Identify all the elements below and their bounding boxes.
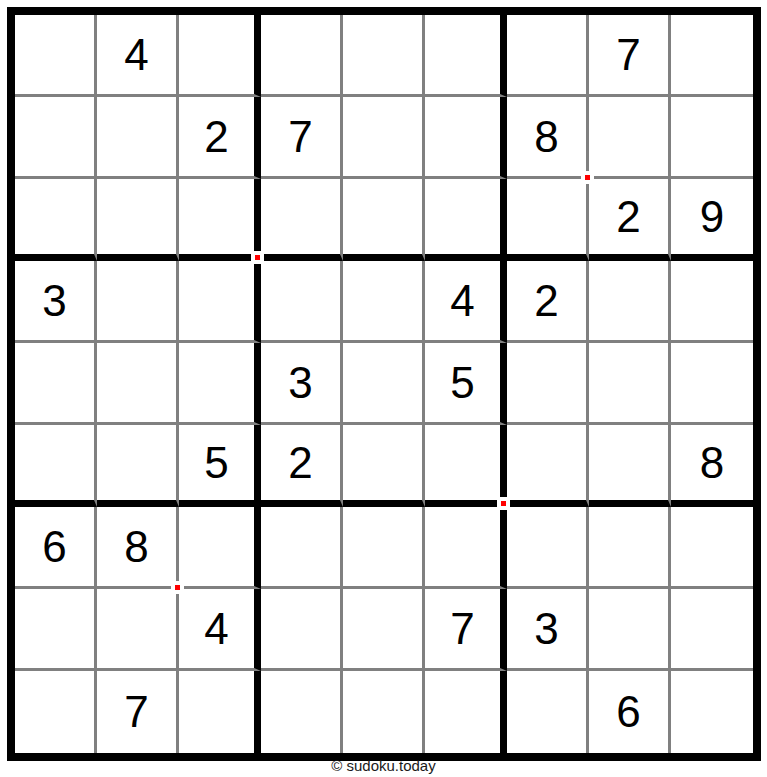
cell-r5c2-empty[interactable] [97,343,179,425]
copyright-text: © sudoku.today [0,757,767,774]
cell-r5c3-empty[interactable] [179,343,261,425]
cell-r2c7-given[interactable]: 8 [507,97,589,179]
cell-r6c9-given[interactable]: 8 [671,425,753,507]
cell-r1c3-empty[interactable] [179,15,261,97]
cell-r3c5-empty[interactable] [343,179,425,261]
cell-r5c9-empty[interactable] [671,343,753,425]
cell-r7c1-given[interactable]: 6 [15,507,97,589]
cell-r3c3-empty[interactable] [179,179,261,261]
cell-r4c8-empty[interactable] [589,261,671,343]
cell-r6c2-empty[interactable] [97,425,179,507]
cell-r1c5-empty[interactable] [343,15,425,97]
cell-r7c4-empty[interactable] [261,507,343,589]
cell-r8c6-given[interactable]: 7 [425,589,507,671]
cell-r4c4-empty[interactable] [261,261,343,343]
cell-r8c3-given[interactable]: 4 [179,589,261,671]
cell-r8c8-empty[interactable] [589,589,671,671]
sudoku-grid: 4727829342355286847376 [15,15,753,753]
cell-r5c8-empty[interactable] [589,343,671,425]
cell-r8c7-given[interactable]: 3 [507,589,589,671]
cell-r5c4-given[interactable]: 3 [261,343,343,425]
cell-r8c1-empty[interactable] [15,589,97,671]
cell-r7c6-empty[interactable] [425,507,507,589]
cell-r7c2-given[interactable]: 8 [97,507,179,589]
cell-r1c8-given[interactable]: 7 [589,15,671,97]
cell-r3c7-empty[interactable] [507,179,589,261]
cell-r6c8-empty[interactable] [589,425,671,507]
cell-r6c4-given[interactable]: 2 [261,425,343,507]
cell-r2c8-empty[interactable] [589,97,671,179]
cell-r9c6-empty[interactable] [425,671,507,753]
cell-r2c2-empty[interactable] [97,97,179,179]
cell-r3c8-given[interactable]: 2 [589,179,671,261]
cell-r9c5-empty[interactable] [343,671,425,753]
cell-r2c6-empty[interactable] [425,97,507,179]
cell-r7c9-empty[interactable] [671,507,753,589]
cell-r4c5-empty[interactable] [343,261,425,343]
cell-r4c9-empty[interactable] [671,261,753,343]
cell-r9c9-empty[interactable] [671,671,753,753]
cell-r6c3-given[interactable]: 5 [179,425,261,507]
quad-marker-r3c3 [251,251,264,264]
cell-r1c6-empty[interactable] [425,15,507,97]
red-dot-icon [175,585,180,590]
quad-marker-r7c2 [171,581,184,594]
cell-r1c4-empty[interactable] [261,15,343,97]
sudoku-page: 4727829342355286847376 © sudoku.today [0,0,767,777]
cell-r6c6-empty[interactable] [425,425,507,507]
cell-r8c9-empty[interactable] [671,589,753,671]
cell-r2c9-empty[interactable] [671,97,753,179]
cell-r4c2-empty[interactable] [97,261,179,343]
cell-r3c2-empty[interactable] [97,179,179,261]
cell-r2c3-given[interactable]: 2 [179,97,261,179]
cell-r4c3-empty[interactable] [179,261,261,343]
cell-r3c1-empty[interactable] [15,179,97,261]
cell-r7c8-empty[interactable] [589,507,671,589]
cell-r5c1-empty[interactable] [15,343,97,425]
cell-r6c1-empty[interactable] [15,425,97,507]
cell-r5c6-given[interactable]: 5 [425,343,507,425]
cell-r8c5-empty[interactable] [343,589,425,671]
cell-r3c6-empty[interactable] [425,179,507,261]
cell-r9c7-empty[interactable] [507,671,589,753]
cell-r3c9-given[interactable]: 9 [671,179,753,261]
cell-r4c1-given[interactable]: 3 [15,261,97,343]
quad-marker-r2c7 [581,171,594,184]
cell-r9c8-given[interactable]: 6 [589,671,671,753]
cell-r9c2-given[interactable]: 7 [97,671,179,753]
cell-r1c9-empty[interactable] [671,15,753,97]
cell-r7c5-empty[interactable] [343,507,425,589]
cell-r5c7-empty[interactable] [507,343,589,425]
cell-r3c4-empty[interactable] [261,179,343,261]
cell-r4c7-given[interactable]: 2 [507,261,589,343]
cell-r1c2-given[interactable]: 4 [97,15,179,97]
cell-r9c3-empty[interactable] [179,671,261,753]
cell-r2c5-empty[interactable] [343,97,425,179]
cell-r9c4-empty[interactable] [261,671,343,753]
cell-r4c6-given[interactable]: 4 [425,261,507,343]
cell-r6c7-empty[interactable] [507,425,589,507]
sudoku-board: 4727829342355286847376 [7,7,761,761]
cell-r1c7-empty[interactable] [507,15,589,97]
cell-r7c7-empty[interactable] [507,507,589,589]
red-dot-icon [501,501,506,506]
cell-r2c1-empty[interactable] [15,97,97,179]
cell-r9c1-empty[interactable] [15,671,97,753]
cell-r5c5-empty[interactable] [343,343,425,425]
cell-r6c5-empty[interactable] [343,425,425,507]
cell-r8c4-empty[interactable] [261,589,343,671]
red-dot-icon [255,255,260,260]
cell-r2c4-given[interactable]: 7 [261,97,343,179]
quad-marker-r6c6 [497,497,510,510]
cell-r8c2-empty[interactable] [97,589,179,671]
red-dot-icon [585,175,590,180]
cell-r7c3-empty[interactable] [179,507,261,589]
cell-r1c1-empty[interactable] [15,15,97,97]
